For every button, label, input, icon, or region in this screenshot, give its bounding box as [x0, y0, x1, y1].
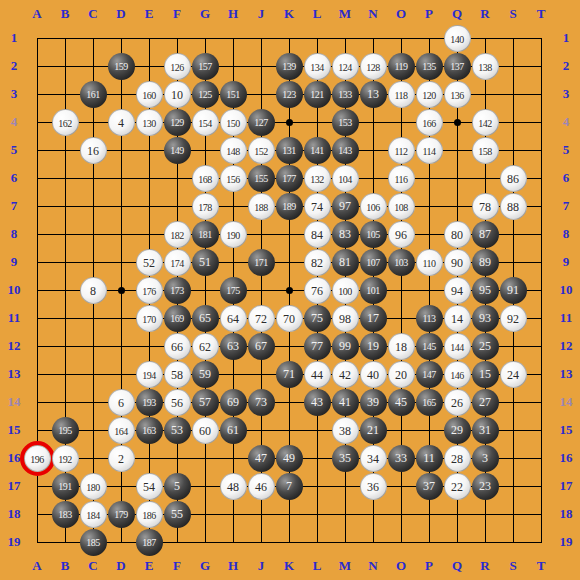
black-stone-N9: 107	[360, 249, 387, 276]
col-label-bottom-P: P	[417, 558, 441, 574]
star-point-Q4	[454, 119, 461, 126]
row-label-right-17: 17	[554, 478, 578, 494]
row-label-right-16: 16	[554, 450, 578, 466]
white-stone-J11: 72	[248, 305, 275, 332]
white-stone-J5: 152	[248, 137, 275, 164]
white-stone-G7: 178	[192, 193, 219, 220]
black-stone-L3: 121	[304, 81, 331, 108]
white-stone-O8: 96	[388, 221, 415, 248]
row-label-right-18: 18	[554, 506, 578, 522]
black-stone-R17: 23	[472, 473, 499, 500]
black-stone-J9: 171	[248, 249, 275, 276]
row-label-right-7: 7	[554, 198, 578, 214]
star-point-K10	[286, 287, 293, 294]
white-stone-H5: 148	[220, 137, 247, 164]
black-stone-R11: 93	[472, 305, 499, 332]
white-stone-O12: 18	[388, 333, 415, 360]
white-stone-Q13: 146	[444, 361, 471, 388]
black-stone-N8: 105	[360, 221, 387, 248]
white-stone-D4: 4	[108, 109, 135, 136]
row-label-right-15: 15	[554, 422, 578, 438]
col-label-bottom-K: K	[277, 558, 301, 574]
black-stone-K13: 71	[276, 361, 303, 388]
black-stone-K6: 177	[276, 165, 303, 192]
black-stone-R16: 3	[472, 445, 499, 472]
black-stone-J6: 155	[248, 165, 275, 192]
col-label-top-P: P	[417, 6, 441, 22]
col-label-top-F: F	[165, 6, 189, 22]
col-label-top-K: K	[277, 6, 301, 22]
black-stone-F11: 169	[164, 305, 191, 332]
white-stone-Q9: 90	[444, 249, 471, 276]
col-label-top-C: C	[81, 6, 105, 22]
col-label-bottom-A: A	[25, 558, 49, 574]
col-label-top-A: A	[25, 6, 49, 22]
white-stone-D16: 2	[108, 445, 135, 472]
black-stone-H14: 69	[220, 389, 247, 416]
white-stone-O6: 116	[388, 165, 415, 192]
row-label-left-17: 17	[2, 478, 26, 494]
col-label-top-M: M	[333, 6, 357, 22]
row-label-right-1: 1	[554, 30, 578, 46]
black-stone-O9: 103	[388, 249, 415, 276]
white-stone-N16: 34	[360, 445, 387, 472]
black-stone-R10: 95	[472, 277, 499, 304]
black-stone-B15: 195	[52, 417, 79, 444]
white-stone-M10: 100	[332, 277, 359, 304]
black-stone-F5: 149	[164, 137, 191, 164]
black-stone-M8: 83	[332, 221, 359, 248]
white-stone-F8: 182	[164, 221, 191, 248]
black-stone-J12: 67	[248, 333, 275, 360]
black-stone-C19: 185	[80, 529, 107, 556]
row-label-left-13: 13	[2, 366, 26, 382]
white-stone-C10: 8	[80, 277, 107, 304]
black-stone-R14: 27	[472, 389, 499, 416]
white-stone-M13: 42	[332, 361, 359, 388]
black-stone-P14: 165	[416, 389, 443, 416]
white-stone-B4: 162	[52, 109, 79, 136]
black-stone-D2: 159	[108, 53, 135, 80]
black-stone-C3: 161	[80, 81, 107, 108]
white-stone-Q10: 94	[444, 277, 471, 304]
white-stone-O13: 20	[388, 361, 415, 388]
row-label-left-19: 19	[2, 534, 26, 550]
black-stone-G8: 181	[192, 221, 219, 248]
col-label-top-L: L	[305, 6, 329, 22]
white-stone-J7: 188	[248, 193, 275, 220]
white-stone-R2: 138	[472, 53, 499, 80]
white-stone-H6: 156	[220, 165, 247, 192]
white-stone-C17: 180	[80, 473, 107, 500]
white-stone-N2: 128	[360, 53, 387, 80]
white-stone-N13: 40	[360, 361, 387, 388]
star-point-K4	[286, 119, 293, 126]
col-label-bottom-S: S	[501, 558, 525, 574]
row-label-right-3: 3	[554, 86, 578, 102]
col-label-bottom-D: D	[109, 558, 133, 574]
black-stone-R8: 87	[472, 221, 499, 248]
row-label-right-19: 19	[554, 534, 578, 550]
black-stone-M16: 35	[332, 445, 359, 472]
row-label-left-5: 5	[2, 142, 26, 158]
white-stone-L13: 44	[304, 361, 331, 388]
black-stone-B17: 191	[52, 473, 79, 500]
row-label-right-9: 9	[554, 254, 578, 270]
row-label-right-5: 5	[554, 142, 578, 158]
black-stone-M14: 41	[332, 389, 359, 416]
black-stone-G9: 51	[192, 249, 219, 276]
black-stone-D18: 179	[108, 501, 135, 528]
row-label-left-4: 4	[2, 114, 26, 130]
white-stone-F3: 10	[164, 81, 191, 108]
col-label-top-G: G	[193, 6, 217, 22]
white-stone-R5: 158	[472, 137, 499, 164]
white-stone-Q1: 140	[444, 25, 471, 52]
col-label-top-B: B	[53, 6, 77, 22]
black-stone-L5: 141	[304, 137, 331, 164]
col-label-bottom-M: M	[333, 558, 357, 574]
black-stone-K7: 189	[276, 193, 303, 220]
black-stone-G3: 125	[192, 81, 219, 108]
white-stone-G12: 62	[192, 333, 219, 360]
white-stone-S11: 92	[500, 305, 527, 332]
row-label-left-8: 8	[2, 226, 26, 242]
white-stone-M15: 38	[332, 417, 359, 444]
col-label-top-D: D	[109, 6, 133, 22]
white-stone-G6: 168	[192, 165, 219, 192]
white-stone-E4: 130	[136, 109, 163, 136]
white-stone-F13: 58	[164, 361, 191, 388]
row-label-right-4: 4	[554, 114, 578, 130]
col-label-bottom-O: O	[389, 558, 413, 574]
row-label-left-6: 6	[2, 170, 26, 186]
black-stone-J4: 127	[248, 109, 275, 136]
white-stone-D15: 164	[108, 417, 135, 444]
white-stone-Q8: 80	[444, 221, 471, 248]
white-stone-L8: 84	[304, 221, 331, 248]
white-stone-P9: 110	[416, 249, 443, 276]
col-label-bottom-B: B	[53, 558, 77, 574]
col-label-bottom-F: F	[165, 558, 189, 574]
white-stone-D14: 6	[108, 389, 135, 416]
col-label-top-Q: Q	[445, 6, 469, 22]
white-stone-L10: 76	[304, 277, 331, 304]
row-label-left-18: 18	[2, 506, 26, 522]
white-stone-L2: 134	[304, 53, 331, 80]
white-stone-E9: 52	[136, 249, 163, 276]
white-stone-F2: 126	[164, 53, 191, 80]
black-stone-L14: 43	[304, 389, 331, 416]
white-stone-O3: 118	[388, 81, 415, 108]
black-stone-N14: 39	[360, 389, 387, 416]
white-stone-G4: 154	[192, 109, 219, 136]
black-stone-F4: 129	[164, 109, 191, 136]
black-stone-O14: 45	[388, 389, 415, 416]
black-stone-K16: 49	[276, 445, 303, 472]
white-stone-H8: 190	[220, 221, 247, 248]
white-stone-P5: 114	[416, 137, 443, 164]
black-stone-M4: 153	[332, 109, 359, 136]
black-stone-N11: 17	[360, 305, 387, 332]
col-label-top-T: T	[529, 6, 553, 22]
black-stone-N15: 21	[360, 417, 387, 444]
white-stone-P4: 166	[416, 109, 443, 136]
white-stone-H11: 64	[220, 305, 247, 332]
col-label-bottom-G: G	[193, 558, 217, 574]
col-label-bottom-T: T	[529, 558, 553, 574]
white-stone-Q16: 28	[444, 445, 471, 472]
white-stone-S13: 24	[500, 361, 527, 388]
white-stone-O5: 112	[388, 137, 415, 164]
white-stone-L9: 82	[304, 249, 331, 276]
star-point-D10	[118, 287, 125, 294]
col-label-bottom-C: C	[81, 558, 105, 574]
white-stone-S7: 88	[500, 193, 527, 220]
col-label-top-R: R	[473, 6, 497, 22]
black-stone-H12: 63	[220, 333, 247, 360]
row-label-left-14: 14	[2, 394, 26, 410]
white-stone-F12: 66	[164, 333, 191, 360]
black-stone-R15: 31	[472, 417, 499, 444]
black-stone-Q15: 29	[444, 417, 471, 444]
black-stone-K17: 7	[276, 473, 303, 500]
white-stone-E10: 176	[136, 277, 163, 304]
black-stone-R13: 15	[472, 361, 499, 388]
go-kifu-diagram: AABBCCDDEEFFGGHHJJKKLLMMNNOOPPQQRRSSTT11…	[0, 0, 580, 580]
white-stone-M6: 104	[332, 165, 359, 192]
black-stone-P12: 145	[416, 333, 443, 360]
row-label-left-9: 9	[2, 254, 26, 270]
white-stone-E11: 170	[136, 305, 163, 332]
row-label-right-11: 11	[554, 310, 578, 326]
white-stone-E18: 186	[136, 501, 163, 528]
black-stone-M9: 81	[332, 249, 359, 276]
black-stone-E14: 193	[136, 389, 163, 416]
black-stone-K3: 123	[276, 81, 303, 108]
black-stone-G13: 59	[192, 361, 219, 388]
black-stone-K2: 139	[276, 53, 303, 80]
white-stone-F14: 56	[164, 389, 191, 416]
white-stone-G15: 60	[192, 417, 219, 444]
black-stone-F10: 173	[164, 277, 191, 304]
col-label-bottom-N: N	[361, 558, 385, 574]
black-stone-J14: 73	[248, 389, 275, 416]
white-stone-C5: 16	[80, 137, 107, 164]
white-stone-P3: 120	[416, 81, 443, 108]
row-label-right-12: 12	[554, 338, 578, 354]
row-label-right-14: 14	[554, 394, 578, 410]
black-stone-N10: 101	[360, 277, 387, 304]
black-stone-P16: 11	[416, 445, 443, 472]
white-stone-Q17: 22	[444, 473, 471, 500]
black-stone-N12: 19	[360, 333, 387, 360]
black-stone-O16: 33	[388, 445, 415, 472]
row-label-right-10: 10	[554, 282, 578, 298]
black-stone-F15: 53	[164, 417, 191, 444]
white-stone-L6: 132	[304, 165, 331, 192]
white-stone-Q12: 144	[444, 333, 471, 360]
black-stone-F18: 55	[164, 501, 191, 528]
black-stone-M12: 99	[332, 333, 359, 360]
white-stone-Q14: 26	[444, 389, 471, 416]
white-stone-R7: 78	[472, 193, 499, 220]
col-label-top-O: O	[389, 6, 413, 22]
black-stone-L11: 75	[304, 305, 331, 332]
col-label-top-S: S	[501, 6, 525, 22]
row-label-right-2: 2	[554, 58, 578, 74]
black-stone-H3: 151	[220, 81, 247, 108]
black-stone-N3: 13	[360, 81, 387, 108]
black-stone-M5: 143	[332, 137, 359, 164]
white-stone-O7: 108	[388, 193, 415, 220]
black-stone-E19: 187	[136, 529, 163, 556]
black-stone-G14: 57	[192, 389, 219, 416]
col-label-top-J: J	[249, 6, 273, 22]
black-stone-H10: 175	[220, 277, 247, 304]
col-label-bottom-Q: Q	[445, 558, 469, 574]
white-stone-A16-last-move: 196	[24, 445, 51, 472]
col-label-bottom-J: J	[249, 558, 273, 574]
row-label-left-2: 2	[2, 58, 26, 74]
row-label-right-6: 6	[554, 170, 578, 186]
row-label-right-13: 13	[554, 366, 578, 382]
black-stone-H15: 61	[220, 417, 247, 444]
white-stone-J17: 46	[248, 473, 275, 500]
black-stone-F17: 5	[164, 473, 191, 500]
black-stone-R9: 89	[472, 249, 499, 276]
row-label-left-12: 12	[2, 338, 26, 354]
row-label-left-11: 11	[2, 310, 26, 326]
white-stone-M11: 98	[332, 305, 359, 332]
white-stone-F9: 174	[164, 249, 191, 276]
white-stone-R4: 142	[472, 109, 499, 136]
white-stone-S6: 86	[500, 165, 527, 192]
row-label-left-15: 15	[2, 422, 26, 438]
black-stone-S10: 91	[500, 277, 527, 304]
col-label-top-E: E	[137, 6, 161, 22]
white-stone-M2: 124	[332, 53, 359, 80]
row-label-left-3: 3	[2, 86, 26, 102]
white-stone-B16: 192	[52, 445, 79, 472]
white-stone-E17: 54	[136, 473, 163, 500]
white-stone-L7: 74	[304, 193, 331, 220]
col-label-bottom-R: R	[473, 558, 497, 574]
col-label-bottom-H: H	[221, 558, 245, 574]
white-stone-K11: 70	[276, 305, 303, 332]
row-label-left-10: 10	[2, 282, 26, 298]
white-stone-C18: 184	[80, 501, 107, 528]
row-label-left-7: 7	[2, 198, 26, 214]
white-stone-N7: 106	[360, 193, 387, 220]
col-label-bottom-L: L	[305, 558, 329, 574]
white-stone-E3: 160	[136, 81, 163, 108]
black-stone-G2: 157	[192, 53, 219, 80]
black-stone-L12: 77	[304, 333, 331, 360]
black-stone-P2: 135	[416, 53, 443, 80]
col-label-top-N: N	[361, 6, 385, 22]
black-stone-P11: 113	[416, 305, 443, 332]
col-label-top-H: H	[221, 6, 245, 22]
black-stone-O2: 119	[388, 53, 415, 80]
white-stone-N17: 36	[360, 473, 387, 500]
white-stone-Q3: 136	[444, 81, 471, 108]
row-label-right-8: 8	[554, 226, 578, 242]
black-stone-R12: 25	[472, 333, 499, 360]
black-stone-G11: 65	[192, 305, 219, 332]
black-stone-K5: 131	[276, 137, 303, 164]
black-stone-B18: 183	[52, 501, 79, 528]
white-stone-Q11: 14	[444, 305, 471, 332]
black-stone-E15: 163	[136, 417, 163, 444]
row-label-left-1: 1	[2, 30, 26, 46]
black-stone-P13: 147	[416, 361, 443, 388]
black-stone-M3: 133	[332, 81, 359, 108]
black-stone-J16: 47	[248, 445, 275, 472]
white-stone-H4: 150	[220, 109, 247, 136]
col-label-bottom-E: E	[137, 558, 161, 574]
white-stone-E13: 194	[136, 361, 163, 388]
white-stone-H17: 48	[220, 473, 247, 500]
black-stone-Q2: 137	[444, 53, 471, 80]
black-stone-M7: 97	[332, 193, 359, 220]
black-stone-P17: 37	[416, 473, 443, 500]
